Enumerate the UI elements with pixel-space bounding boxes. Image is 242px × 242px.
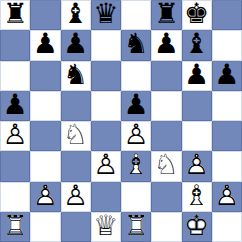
piece-white-knight[interactable]: ♞♘ bbox=[61, 121, 91, 151]
square-d6[interactable] bbox=[91, 61, 121, 91]
piece-black-king[interactable]: ♚ bbox=[182, 0, 212, 30]
piece-glyph: ♞ bbox=[61, 61, 91, 89]
square-e6[interactable] bbox=[121, 61, 151, 91]
piece-black-knight[interactable]: ♞ bbox=[121, 30, 151, 60]
square-a3[interactable] bbox=[0, 151, 30, 181]
square-e5[interactable]: ♟ bbox=[121, 91, 151, 121]
square-c6[interactable]: ♞ bbox=[61, 61, 91, 91]
square-a4[interactable]: ♟♙ bbox=[0, 121, 30, 151]
square-f5[interactable] bbox=[151, 91, 181, 121]
square-b1[interactable] bbox=[30, 212, 60, 242]
square-b8[interactable] bbox=[30, 0, 60, 30]
square-e3[interactable]: ♝♗ bbox=[121, 151, 151, 181]
piece-glyph: ♙ bbox=[121, 121, 151, 149]
piece-glyph: ♕ bbox=[91, 212, 121, 240]
square-b4[interactable] bbox=[30, 121, 60, 151]
piece-glyph: ♔ bbox=[182, 212, 212, 240]
piece-white-bishop[interactable]: ♝♗ bbox=[182, 182, 212, 212]
square-g8[interactable]: ♚ bbox=[182, 0, 212, 30]
square-c8[interactable]: ♝ bbox=[61, 0, 91, 30]
piece-glyph: ♙ bbox=[61, 182, 91, 210]
piece-white-pawn[interactable]: ♟♙ bbox=[0, 121, 30, 151]
square-b2[interactable]: ♟♙ bbox=[30, 182, 60, 212]
piece-white-pawn[interactable]: ♟♙ bbox=[61, 182, 91, 212]
square-h6[interactable]: ♟ bbox=[212, 61, 242, 91]
piece-glyph: ♟ bbox=[182, 61, 212, 89]
square-a5[interactable]: ♟ bbox=[0, 91, 30, 121]
square-g6[interactable]: ♟ bbox=[182, 61, 212, 91]
square-d8[interactable]: ♛ bbox=[91, 0, 121, 30]
piece-black-pawn[interactable]: ♟ bbox=[212, 61, 242, 91]
piece-black-pawn[interactable]: ♟ bbox=[30, 30, 60, 60]
piece-glyph: ♙ bbox=[212, 182, 242, 210]
chess-board: ♜♝♛♜♚♟♟♞♟♝♞♟♟♟♟♟♙♞♘♟♙♟♙♝♗♞♘♟♙♟♙♟♙♝♗♟♙♜♖♛… bbox=[0, 0, 242, 242]
square-f6[interactable] bbox=[151, 61, 181, 91]
square-d5[interactable] bbox=[91, 91, 121, 121]
square-f4[interactable] bbox=[151, 121, 181, 151]
square-h8[interactable] bbox=[212, 0, 242, 30]
square-f2[interactable] bbox=[151, 182, 181, 212]
piece-glyph: ♖ bbox=[0, 212, 30, 240]
piece-glyph: ♙ bbox=[91, 151, 121, 179]
piece-black-pawn[interactable]: ♟ bbox=[0, 91, 30, 121]
piece-white-king[interactable]: ♚♔ bbox=[182, 212, 212, 242]
square-f3[interactable]: ♞♘ bbox=[151, 151, 181, 181]
square-f7[interactable]: ♟ bbox=[151, 30, 181, 60]
square-g4[interactable] bbox=[182, 121, 212, 151]
piece-white-pawn[interactable]: ♟♙ bbox=[30, 182, 60, 212]
piece-black-rook[interactable]: ♜ bbox=[0, 0, 30, 30]
piece-white-rook[interactable]: ♜♖ bbox=[121, 212, 151, 242]
piece-black-bishop[interactable]: ♝ bbox=[61, 0, 91, 30]
piece-glyph: ♖ bbox=[121, 212, 151, 240]
piece-black-pawn[interactable]: ♟ bbox=[121, 91, 151, 121]
square-b6[interactable] bbox=[30, 61, 60, 91]
piece-glyph: ♟ bbox=[0, 91, 30, 119]
square-d2[interactable] bbox=[91, 182, 121, 212]
square-a1[interactable]: ♜♖ bbox=[0, 212, 30, 242]
square-g7[interactable]: ♝ bbox=[182, 30, 212, 60]
square-h7[interactable] bbox=[212, 30, 242, 60]
square-g5[interactable] bbox=[182, 91, 212, 121]
piece-white-pawn[interactable]: ♟♙ bbox=[212, 182, 242, 212]
square-e2[interactable] bbox=[121, 182, 151, 212]
square-d1[interactable]: ♛♕ bbox=[91, 212, 121, 242]
square-h5[interactable] bbox=[212, 91, 242, 121]
piece-black-pawn[interactable]: ♟ bbox=[151, 30, 181, 60]
square-h1[interactable] bbox=[212, 212, 242, 242]
square-e8[interactable] bbox=[121, 0, 151, 30]
piece-glyph: ♞ bbox=[121, 30, 151, 58]
square-h3[interactable] bbox=[212, 151, 242, 181]
square-g2[interactable]: ♝♗ bbox=[182, 182, 212, 212]
piece-glyph: ♟ bbox=[121, 91, 151, 119]
piece-glyph: ♗ bbox=[121, 151, 151, 179]
piece-white-pawn[interactable]: ♟♙ bbox=[121, 121, 151, 151]
piece-glyph: ♝ bbox=[61, 0, 91, 28]
piece-white-pawn[interactable]: ♟♙ bbox=[182, 151, 212, 181]
square-g3[interactable]: ♟♙ bbox=[182, 151, 212, 181]
square-d4[interactable] bbox=[91, 121, 121, 151]
square-a8[interactable]: ♜ bbox=[0, 0, 30, 30]
piece-black-rook[interactable]: ♜ bbox=[151, 0, 181, 30]
piece-white-queen[interactable]: ♛♕ bbox=[91, 212, 121, 242]
square-h4[interactable] bbox=[212, 121, 242, 151]
square-a7[interactable] bbox=[0, 30, 30, 60]
piece-glyph: ♝ bbox=[182, 30, 212, 58]
square-e7[interactable]: ♞ bbox=[121, 30, 151, 60]
square-c3[interactable] bbox=[61, 151, 91, 181]
piece-glyph: ♗ bbox=[182, 182, 212, 210]
square-f8[interactable]: ♜ bbox=[151, 0, 181, 30]
square-d7[interactable] bbox=[91, 30, 121, 60]
piece-glyph: ♛ bbox=[91, 0, 121, 28]
square-e1[interactable]: ♜♖ bbox=[121, 212, 151, 242]
piece-black-pawn[interactable]: ♟ bbox=[61, 30, 91, 60]
square-a2[interactable] bbox=[0, 182, 30, 212]
piece-glyph: ♟ bbox=[30, 30, 60, 58]
piece-glyph: ♚ bbox=[182, 0, 212, 28]
square-c2[interactable]: ♟♙ bbox=[61, 182, 91, 212]
square-a6[interactable] bbox=[0, 61, 30, 91]
piece-glyph: ♙ bbox=[0, 121, 30, 149]
piece-glyph: ♜ bbox=[151, 0, 181, 28]
piece-black-queen[interactable]: ♛ bbox=[91, 0, 121, 30]
piece-black-bishop[interactable]: ♝ bbox=[182, 30, 212, 60]
square-e4[interactable]: ♟♙ bbox=[121, 121, 151, 151]
square-h2[interactable]: ♟♙ bbox=[212, 182, 242, 212]
square-d3[interactable]: ♟♙ bbox=[91, 151, 121, 181]
square-f1[interactable] bbox=[151, 212, 181, 242]
piece-glyph: ♙ bbox=[30, 182, 60, 210]
square-c5[interactable] bbox=[61, 91, 91, 121]
square-c1[interactable] bbox=[61, 212, 91, 242]
square-b7[interactable]: ♟ bbox=[30, 30, 60, 60]
square-c4[interactable]: ♞♘ bbox=[61, 121, 91, 151]
piece-glyph: ♟ bbox=[212, 61, 242, 89]
square-c7[interactable]: ♟ bbox=[61, 30, 91, 60]
piece-white-pawn[interactable]: ♟♙ bbox=[91, 151, 121, 181]
piece-white-rook[interactable]: ♜♖ bbox=[0, 212, 30, 242]
piece-white-bishop[interactable]: ♝♗ bbox=[121, 151, 151, 181]
piece-glyph: ♙ bbox=[182, 151, 212, 179]
piece-black-pawn[interactable]: ♟ bbox=[182, 61, 212, 91]
square-b5[interactable] bbox=[30, 91, 60, 121]
square-b3[interactable] bbox=[30, 151, 60, 181]
piece-glyph: ♘ bbox=[61, 121, 91, 149]
piece-glyph: ♟ bbox=[61, 30, 91, 58]
piece-black-knight[interactable]: ♞ bbox=[61, 61, 91, 91]
piece-glyph: ♘ bbox=[151, 151, 181, 179]
piece-white-knight[interactable]: ♞♘ bbox=[151, 151, 181, 181]
piece-glyph: ♜ bbox=[0, 0, 30, 28]
square-g1[interactable]: ♚♔ bbox=[182, 212, 212, 242]
piece-glyph: ♟ bbox=[151, 30, 181, 58]
